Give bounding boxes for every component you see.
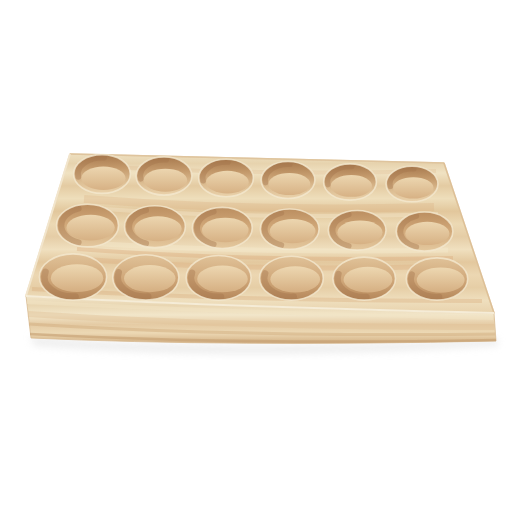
pit-r2-c4[interactable] [260,209,319,249]
pit-floor [202,218,249,243]
pit-r2-c3[interactable] [192,207,252,248]
pit-floor [206,171,249,194]
wooden-tray-board [0,0,510,510]
pit-r2-c6[interactable] [396,212,453,251]
product-photo [0,0,510,510]
pit-floor [393,177,433,198]
pit-floor [197,266,248,293]
pit-floor [405,222,449,245]
pit-r1-c4[interactable] [261,162,315,199]
pit-r1-c5[interactable] [324,164,377,200]
pit-floor [337,220,382,244]
pit-r1-c2[interactable] [136,157,192,195]
pit-floor [331,175,372,197]
pit-floor [417,267,465,292]
pit-r3-c6[interactable] [406,258,467,300]
pit-r1-c6[interactable] [386,166,438,202]
pit-r3-c2[interactable] [113,255,179,300]
pit-floor [144,169,187,192]
pit-r3-c5[interactable] [333,257,396,300]
pit-floor [344,267,393,293]
pit-r2-c2[interactable] [124,206,185,248]
pit-floor [270,219,316,243]
pit-r3-c3[interactable] [186,255,251,300]
pit-floor [124,265,176,292]
pit-r3-c1[interactable] [39,254,106,300]
pit-r3-c4[interactable] [260,256,324,300]
pit-floor [270,266,320,292]
pit-floor [51,264,103,292]
pit-r1-c1[interactable] [74,155,131,194]
pit-floor [81,167,125,190]
pit-floor [66,215,114,241]
pit-r1-c3[interactable] [199,159,254,197]
pit-floor [134,216,181,241]
pit-r2-c1[interactable] [57,204,119,247]
pit-floor [268,173,310,195]
pit-r2-c5[interactable] [328,210,386,250]
